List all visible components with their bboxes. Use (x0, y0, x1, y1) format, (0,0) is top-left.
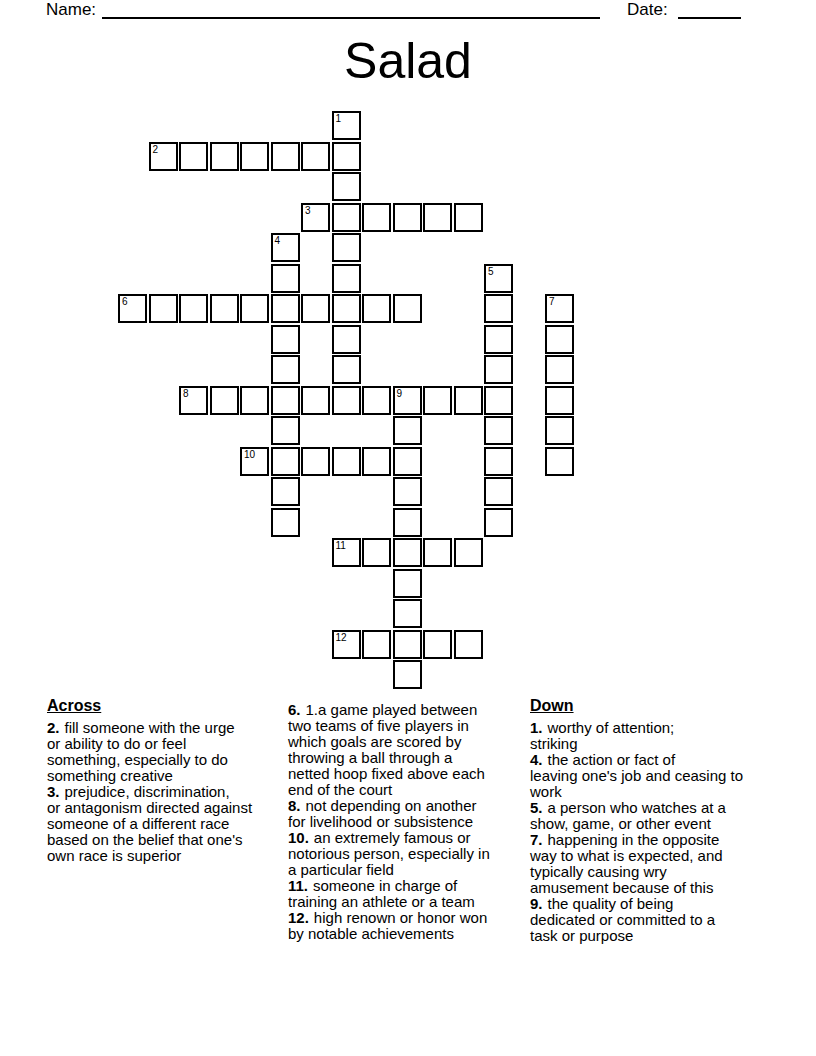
down-heading: Down (530, 697, 766, 714)
grid-cell-r6c3[interactable] (210, 294, 239, 323)
grid-cell-r11c8[interactable] (362, 447, 391, 476)
clue-number: 3. (47, 783, 60, 800)
grid-cell-r1c1[interactable]: 2 (149, 142, 178, 171)
clue-across-2: 2.fill someone with the urge or ability … (47, 720, 287, 784)
grid-cell-r14c9[interactable] (393, 538, 422, 567)
grid-cell-r6c5[interactable] (271, 294, 300, 323)
grid-cell-r2c7[interactable] (332, 172, 361, 201)
grid-cell-r9c7[interactable] (332, 386, 361, 415)
grid-cell-r4c5[interactable]: 4 (271, 233, 300, 262)
grid-cell-r10c5[interactable] (271, 416, 300, 445)
grid-cell-r14c10[interactable] (423, 538, 452, 567)
grid-cell-r11c12[interactable] (484, 447, 513, 476)
worksheet-page: Name: Date: Salad 123456789101112 Across… (0, 0, 816, 1056)
grid-cell-r13c9[interactable] (393, 508, 422, 537)
grid-cell-r7c5[interactable] (271, 325, 300, 354)
grid-cell-r11c4[interactable]: 10 (240, 447, 269, 476)
clue-across-6: 6.1.a game played between two teams of f… (288, 702, 520, 798)
cell-number-3: 3 (305, 205, 311, 216)
cell-number-12: 12 (336, 632, 347, 643)
grid-cell-r5c12[interactable]: 5 (484, 264, 513, 293)
grid-cell-r11c14[interactable] (545, 447, 574, 476)
grid-cell-r3c9[interactable] (393, 203, 422, 232)
grid-cell-r11c6[interactable] (301, 447, 330, 476)
across-heading: Across (47, 697, 287, 714)
clue-column-across-continued: 6.1.a game played between two teams of f… (288, 702, 520, 942)
crossword-grid: 123456789101112 (0, 0, 816, 700)
grid-cell-r17c7[interactable]: 12 (332, 630, 361, 659)
grid-cell-r6c1[interactable] (149, 294, 178, 323)
clue-number: 6. (288, 701, 301, 718)
grid-cell-r6c14[interactable]: 7 (545, 294, 574, 323)
clue-across-8: 8.not depending on another for livelihoo… (288, 798, 520, 830)
clue-column-across: Across 2.fill someone with the urge or a… (47, 697, 287, 864)
cell-number-4: 4 (275, 235, 281, 246)
clue-number: 11. (288, 877, 308, 894)
grid-cell-r1c6[interactable] (301, 142, 330, 171)
grid-cell-r11c5[interactable] (271, 447, 300, 476)
grid-cell-r10c12[interactable] (484, 416, 513, 445)
grid-cell-r17c9[interactable] (393, 630, 422, 659)
grid-cell-r6c7[interactable] (332, 294, 361, 323)
grid-cell-r0c7[interactable]: 1 (332, 111, 361, 140)
cell-number-7: 7 (549, 296, 555, 307)
clue-across-11: 11.someone in charge of training an athl… (288, 878, 520, 910)
clue-number: 12. (288, 909, 309, 926)
grid-cell-r8c12[interactable] (484, 355, 513, 384)
grid-cell-r10c9[interactable] (393, 416, 422, 445)
grid-cell-r11c7[interactable] (332, 447, 361, 476)
grid-cell-r9c3[interactable] (210, 386, 239, 415)
grid-cell-r9c11[interactable] (454, 386, 483, 415)
grid-cell-r13c5[interactable] (271, 508, 300, 537)
grid-cell-r6c9[interactable] (393, 294, 422, 323)
grid-cell-r16c9[interactable] (393, 599, 422, 628)
clue-number: 4. (530, 751, 543, 768)
grid-cell-r14c8[interactable] (362, 538, 391, 567)
clue-text: a person who watches at a show, game, or… (530, 799, 726, 832)
grid-cell-r8c7[interactable] (332, 355, 361, 384)
grid-cell-r3c8[interactable] (362, 203, 391, 232)
grid-cell-r7c12[interactable] (484, 325, 513, 354)
grid-cell-r6c4[interactable] (240, 294, 269, 323)
clue-number: 7. (530, 831, 543, 848)
clue-text: prejudice, discrimination, or antagonism… (47, 783, 252, 864)
clue-text: someone in charge of training an athlete… (288, 877, 475, 910)
clue-across-12: 12.high renown or honor won by notable a… (288, 910, 520, 942)
grid-cell-r6c6[interactable] (301, 294, 330, 323)
grid-cell-r8c14[interactable] (545, 355, 574, 384)
clue-text: fill someone with the urge or ability to… (47, 719, 235, 784)
clue-across-10: 10.an extremely famous or notorious pers… (288, 830, 520, 878)
clue-text: 1.a game played between two teams of fiv… (288, 701, 485, 798)
clue-text: high renown or honor won by notable achi… (288, 909, 487, 942)
cell-number-1: 1 (336, 113, 342, 124)
clue-text: the action or fact of leaving one's job … (530, 751, 743, 800)
clue-number: 5. (530, 799, 543, 816)
grid-cell-r12c12[interactable] (484, 477, 513, 506)
grid-cell-r3c7[interactable] (332, 203, 361, 232)
grid-cell-r1c4[interactable] (240, 142, 269, 171)
grid-cell-r4c7[interactable] (332, 233, 361, 262)
grid-cell-r15c9[interactable] (393, 569, 422, 598)
grid-cell-r9c4[interactable] (240, 386, 269, 415)
clue-text: the quality of being dedicated or commit… (530, 895, 715, 944)
grid-cell-r9c5[interactable] (271, 386, 300, 415)
cell-number-9: 9 (397, 388, 403, 399)
grid-cell-r1c7[interactable] (332, 142, 361, 171)
grid-cell-r3c10[interactable] (423, 203, 452, 232)
grid-cell-r1c3[interactable] (210, 142, 239, 171)
grid-cell-r9c10[interactable] (423, 386, 452, 415)
cell-number-8: 8 (183, 388, 189, 399)
clue-down-1: 1.worthy of attention; striking (530, 720, 766, 752)
grid-cell-r17c10[interactable] (423, 630, 452, 659)
clue-text: happening in the opposite way to what is… (530, 831, 723, 896)
grid-cell-r5c5[interactable] (271, 264, 300, 293)
cell-number-11: 11 (336, 540, 346, 551)
clue-number: 2. (47, 719, 60, 736)
grid-cell-r1c5[interactable] (271, 142, 300, 171)
grid-cell-r9c2[interactable]: 8 (179, 386, 208, 415)
grid-cell-r6c8[interactable] (362, 294, 391, 323)
cell-number-6: 6 (122, 296, 128, 307)
grid-cell-r9c12[interactable] (484, 386, 513, 415)
grid-cell-r11c9[interactable] (393, 447, 422, 476)
grid-cell-r12c9[interactable] (393, 477, 422, 506)
grid-cell-r17c8[interactable] (362, 630, 391, 659)
clue-text: an extremely famous or notorious person,… (288, 829, 490, 878)
clue-number: 10. (288, 829, 309, 846)
clue-text: not depending on another for livelihood … (288, 797, 477, 830)
grid-cell-r12c5[interactable] (271, 477, 300, 506)
grid-cell-r1c2[interactable] (179, 142, 208, 171)
grid-cell-r3c11[interactable] (454, 203, 483, 232)
grid-cell-r10c14[interactable] (545, 416, 574, 445)
grid-cell-r14c11[interactable] (454, 538, 483, 567)
clue-down-4: 4.the action or fact of leaving one's jo… (530, 752, 766, 800)
clue-down-5: 5.a person who watches at a show, game, … (530, 800, 766, 832)
cell-number-10: 10 (244, 449, 255, 460)
clue-number: 9. (530, 895, 543, 912)
grid-cell-r7c14[interactable] (545, 325, 574, 354)
clue-down-9: 9.the quality of being dedicated or comm… (530, 896, 766, 944)
grid-cell-r9c6[interactable] (301, 386, 330, 415)
grid-cell-r14c7[interactable]: 11 (332, 538, 361, 567)
clue-down-7: 7.happening in the opposite way to what … (530, 832, 766, 896)
grid-cell-r6c2[interactable] (179, 294, 208, 323)
clue-text: worthy of attention; striking (530, 719, 674, 752)
grid-cell-r18c9[interactable] (393, 660, 422, 689)
cell-number-5: 5 (488, 266, 494, 277)
grid-cell-r17c11[interactable] (454, 630, 483, 659)
grid-cell-r9c14[interactable] (545, 386, 574, 415)
grid-cell-r13c12[interactable] (484, 508, 513, 537)
clue-across-3: 3.prejudice, discrimination, or antagoni… (47, 784, 287, 864)
grid-cell-r7c7[interactable] (332, 325, 361, 354)
grid-cell-r5c7[interactable] (332, 264, 361, 293)
grid-cell-r9c9[interactable]: 9 (393, 386, 422, 415)
grid-cell-r8c5[interactable] (271, 355, 300, 384)
clue-number: 1. (530, 719, 543, 736)
clue-number: 8. (288, 797, 301, 814)
cell-number-2: 2 (153, 144, 159, 155)
grid-cell-r9c8[interactable] (362, 386, 391, 415)
clue-column-down: Down 1.worthy of attention; striking 4.t… (530, 697, 766, 944)
grid-cell-r6c12[interactable] (484, 294, 513, 323)
grid-cell-r3c6[interactable]: 3 (301, 203, 330, 232)
grid-cell-r6c0[interactable]: 6 (118, 294, 147, 323)
